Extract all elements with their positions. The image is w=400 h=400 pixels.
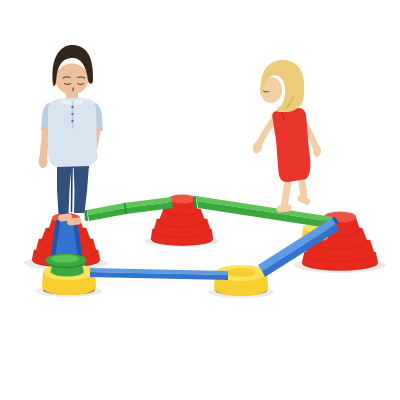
disc-highlight — [51, 255, 79, 263]
boy-hand-left — [39, 154, 48, 168]
boy-nose — [73, 88, 74, 91]
boy-jeans-seam — [72, 167, 73, 212]
shirt-button — [71, 113, 73, 115]
photo-canvas — [0, 0, 400, 400]
girl-hand-back — [313, 145, 321, 157]
boy-face — [56, 64, 89, 95]
green-wobble-disc — [46, 254, 87, 277]
center-yellow-base — [214, 265, 268, 296]
base-inner-ring — [227, 268, 255, 277]
boy-arm-left — [44, 130, 47, 156]
shirt-button — [71, 106, 73, 108]
shirt-button — [71, 120, 73, 122]
dome-top-cap — [169, 195, 196, 204]
scene-illustration — [0, 0, 400, 400]
